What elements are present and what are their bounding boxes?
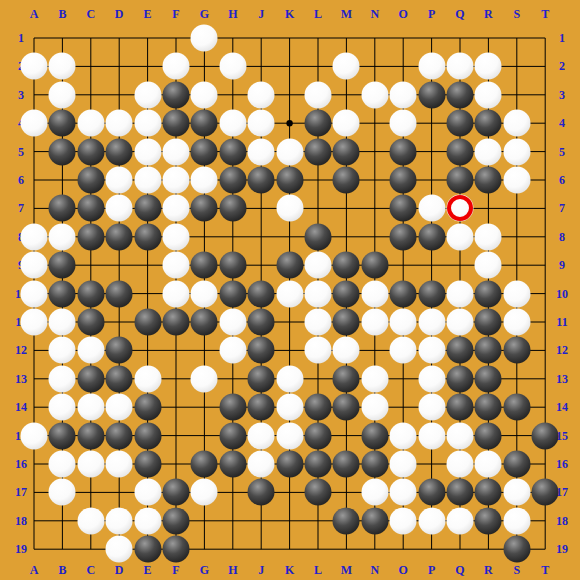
white-stone-o3[interactable] xyxy=(390,81,417,108)
white-stone-f2[interactable] xyxy=(163,53,190,80)
col-label-top-t: T xyxy=(541,7,549,22)
col-label-top-n: N xyxy=(370,7,379,22)
col-label-bottom-a: A xyxy=(30,563,39,578)
col-label-top-f: F xyxy=(172,7,179,22)
black-stone-k9[interactable] xyxy=(276,252,303,279)
black-stone-m14[interactable] xyxy=(333,394,360,421)
white-stone-g1[interactable] xyxy=(191,25,218,52)
black-stone-h5[interactable] xyxy=(219,138,246,165)
black-stone-h7[interactable] xyxy=(219,195,246,222)
black-stone-m9[interactable] xyxy=(333,252,360,279)
black-stone-g5[interactable] xyxy=(191,138,218,165)
white-stone-d16[interactable] xyxy=(106,451,133,478)
white-stone-o16[interactable] xyxy=(390,451,417,478)
black-stone-e11[interactable] xyxy=(134,309,161,336)
white-stone-b2[interactable] xyxy=(49,53,76,80)
white-stone-d6[interactable] xyxy=(106,167,133,194)
white-stone-k7[interactable] xyxy=(276,195,303,222)
white-stone-a11[interactable] xyxy=(21,309,48,336)
col-label-top-b: B xyxy=(58,7,66,22)
col-label-bottom-o: O xyxy=(399,563,408,578)
row-label-right-5: 5 xyxy=(559,144,565,159)
white-stone-d4[interactable] xyxy=(106,110,133,137)
white-stone-c18[interactable] xyxy=(77,507,104,534)
white-stone-o4[interactable] xyxy=(390,110,417,137)
white-stone-s5[interactable] xyxy=(503,138,530,165)
row-label-right-11: 11 xyxy=(556,315,567,330)
row-label-right-12: 12 xyxy=(556,343,568,358)
black-stone-n18[interactable] xyxy=(361,507,388,534)
white-stone-g3[interactable] xyxy=(191,81,218,108)
black-stone-h16[interactable] xyxy=(219,451,246,478)
white-stone-e18[interactable] xyxy=(134,507,161,534)
black-stone-l15[interactable] xyxy=(305,422,332,449)
white-stone-q16[interactable] xyxy=(447,451,474,478)
white-stone-b14[interactable] xyxy=(49,394,76,421)
white-stone-b11[interactable] xyxy=(49,309,76,336)
row-label-left-1: 1 xyxy=(18,31,24,46)
white-stone-l10[interactable] xyxy=(305,280,332,307)
white-stone-l3[interactable] xyxy=(305,81,332,108)
white-stone-g10[interactable] xyxy=(191,280,218,307)
white-stone-n17[interactable] xyxy=(361,479,388,506)
row-label-left-6: 6 xyxy=(18,173,24,188)
col-label-top-d: D xyxy=(115,7,124,22)
white-stone-e6[interactable] xyxy=(134,167,161,194)
white-stone-l9[interactable] xyxy=(305,252,332,279)
col-label-bottom-h: H xyxy=(228,563,237,578)
white-stone-g17[interactable] xyxy=(191,479,218,506)
white-stone-d19[interactable] xyxy=(106,536,133,563)
white-stone-n10[interactable] xyxy=(361,280,388,307)
black-stone-r15[interactable] xyxy=(475,422,502,449)
white-stone-c4[interactable] xyxy=(77,110,104,137)
black-stone-j6[interactable] xyxy=(248,167,275,194)
black-stone-j12[interactable] xyxy=(248,337,275,364)
white-stone-p14[interactable] xyxy=(418,394,445,421)
col-label-top-q: Q xyxy=(455,7,464,22)
col-label-bottom-q: Q xyxy=(455,563,464,578)
white-stone-a10[interactable] xyxy=(21,280,48,307)
white-stone-e3[interactable] xyxy=(134,81,161,108)
white-stone-s17[interactable] xyxy=(503,479,530,506)
black-stone-n15[interactable] xyxy=(361,422,388,449)
black-stone-d12[interactable] xyxy=(106,337,133,364)
row-label-right-10: 10 xyxy=(556,286,568,301)
black-stone-r18[interactable] xyxy=(475,507,502,534)
white-stone-o17[interactable] xyxy=(390,479,417,506)
white-stone-k13[interactable] xyxy=(276,365,303,392)
col-label-top-m: M xyxy=(341,7,352,22)
black-stone-r11[interactable] xyxy=(475,309,502,336)
black-stone-d15[interactable] xyxy=(106,422,133,449)
last-move-marker xyxy=(447,195,473,221)
white-stone-m2[interactable] xyxy=(333,53,360,80)
white-stone-m12[interactable] xyxy=(333,337,360,364)
white-stone-c12[interactable] xyxy=(77,337,104,364)
white-stone-p15[interactable] xyxy=(418,422,445,449)
row-label-right-18: 18 xyxy=(556,513,568,528)
col-label-bottom-d: D xyxy=(115,563,124,578)
white-stone-q2[interactable] xyxy=(447,53,474,80)
white-stone-b3[interactable] xyxy=(49,81,76,108)
black-stone-b7[interactable] xyxy=(49,195,76,222)
black-stone-p10[interactable] xyxy=(418,280,445,307)
black-stone-m13[interactable] xyxy=(333,365,360,392)
black-stone-s12[interactable] xyxy=(503,337,530,364)
col-label-bottom-m: M xyxy=(341,563,352,578)
white-stone-p18[interactable] xyxy=(418,507,445,534)
white-stone-r5[interactable] xyxy=(475,138,502,165)
black-stone-c7[interactable] xyxy=(77,195,104,222)
black-stone-c5[interactable] xyxy=(77,138,104,165)
black-stone-q13[interactable] xyxy=(447,365,474,392)
col-label-bottom-t: T xyxy=(541,563,549,578)
black-stone-j11[interactable] xyxy=(248,309,275,336)
white-stone-l12[interactable] xyxy=(305,337,332,364)
black-stone-r14[interactable] xyxy=(475,394,502,421)
black-stone-l8[interactable] xyxy=(305,223,332,250)
row-label-left-17: 17 xyxy=(15,485,27,500)
white-stone-d18[interactable] xyxy=(106,507,133,534)
white-stone-k10[interactable] xyxy=(276,280,303,307)
black-stone-f19[interactable] xyxy=(163,536,190,563)
black-stone-f4[interactable] xyxy=(163,110,190,137)
black-stone-m18[interactable] xyxy=(333,507,360,534)
black-stone-d13[interactable] xyxy=(106,365,133,392)
black-stone-d8[interactable] xyxy=(106,223,133,250)
col-label-bottom-n: N xyxy=(370,563,379,578)
white-stone-d14[interactable] xyxy=(106,394,133,421)
white-stone-f6[interactable] xyxy=(163,167,190,194)
white-stone-b16[interactable] xyxy=(49,451,76,478)
black-stone-b9[interactable] xyxy=(49,252,76,279)
white-stone-r9[interactable] xyxy=(475,252,502,279)
col-label-bottom-f: F xyxy=(172,563,179,578)
col-label-top-p: P xyxy=(428,7,435,22)
col-label-bottom-s: S xyxy=(513,563,520,578)
black-stone-g11[interactable] xyxy=(191,309,218,336)
black-stone-o5[interactable] xyxy=(390,138,417,165)
star-point-k4 xyxy=(286,120,292,126)
col-label-bottom-r: R xyxy=(484,563,493,578)
white-stone-n13[interactable] xyxy=(361,365,388,392)
black-stone-r17[interactable] xyxy=(475,479,502,506)
white-stone-a9[interactable] xyxy=(21,252,48,279)
black-stone-m10[interactable] xyxy=(333,280,360,307)
col-label-bottom-j: J xyxy=(258,563,264,578)
row-label-left-19: 19 xyxy=(15,542,27,557)
white-stone-f7[interactable] xyxy=(163,195,190,222)
black-stone-h6[interactable] xyxy=(219,167,246,194)
white-stone-e5[interactable] xyxy=(134,138,161,165)
black-stone-l5[interactable] xyxy=(305,138,332,165)
col-label-top-h: H xyxy=(228,7,237,22)
black-stone-o8[interactable] xyxy=(390,223,417,250)
black-stone-e14[interactable] xyxy=(134,394,161,421)
white-stone-g13[interactable] xyxy=(191,365,218,392)
row-label-left-14: 14 xyxy=(15,400,27,415)
white-stone-p12[interactable] xyxy=(418,337,445,364)
black-stone-q17[interactable] xyxy=(447,479,474,506)
white-stone-e4[interactable] xyxy=(134,110,161,137)
white-stone-b8[interactable] xyxy=(49,223,76,250)
col-label-top-o: O xyxy=(399,7,408,22)
black-stone-d5[interactable] xyxy=(106,138,133,165)
row-label-right-8: 8 xyxy=(559,229,565,244)
black-stone-o7[interactable] xyxy=(390,195,417,222)
white-stone-e13[interactable] xyxy=(134,365,161,392)
black-stone-s19[interactable] xyxy=(503,536,530,563)
row-label-right-14: 14 xyxy=(556,400,568,415)
black-stone-p17[interactable] xyxy=(418,479,445,506)
row-label-left-7: 7 xyxy=(18,201,24,216)
black-stone-b4[interactable] xyxy=(49,110,76,137)
black-stone-j14[interactable] xyxy=(248,394,275,421)
white-stone-f10[interactable] xyxy=(163,280,190,307)
black-stone-g4[interactable] xyxy=(191,110,218,137)
row-label-right-13: 13 xyxy=(556,371,568,386)
row-label-left-16: 16 xyxy=(15,457,27,472)
black-stone-q4[interactable] xyxy=(447,110,474,137)
black-stone-h14[interactable] xyxy=(219,394,246,421)
black-stone-q3[interactable] xyxy=(447,81,474,108)
black-stone-q5[interactable] xyxy=(447,138,474,165)
black-stone-p8[interactable] xyxy=(418,223,445,250)
black-stone-h15[interactable] xyxy=(219,422,246,449)
white-stone-n3[interactable] xyxy=(361,81,388,108)
col-label-bottom-b: B xyxy=(58,563,66,578)
white-stone-s10[interactable] xyxy=(503,280,530,307)
black-stone-m5[interactable] xyxy=(333,138,360,165)
black-stone-l17[interactable] xyxy=(305,479,332,506)
black-stone-c11[interactable] xyxy=(77,309,104,336)
black-stone-r10[interactable] xyxy=(475,280,502,307)
black-stone-b10[interactable] xyxy=(49,280,76,307)
white-stone-d7[interactable] xyxy=(106,195,133,222)
white-stone-j5[interactable] xyxy=(248,138,275,165)
black-stone-n16[interactable] xyxy=(361,451,388,478)
black-stone-t15[interactable] xyxy=(532,422,559,449)
black-stone-e8[interactable] xyxy=(134,223,161,250)
black-stone-f18[interactable] xyxy=(163,507,190,534)
white-stone-j16[interactable] xyxy=(248,451,275,478)
black-stone-m6[interactable] xyxy=(333,167,360,194)
black-stone-f3[interactable] xyxy=(163,81,190,108)
white-stone-f9[interactable] xyxy=(163,252,190,279)
black-stone-b5[interactable] xyxy=(49,138,76,165)
col-label-bottom-p: P xyxy=(428,563,435,578)
white-stone-b13[interactable] xyxy=(49,365,76,392)
white-stone-q10[interactable] xyxy=(447,280,474,307)
row-label-left-18: 18 xyxy=(15,513,27,528)
black-stone-o10[interactable] xyxy=(390,280,417,307)
white-stone-s4[interactable] xyxy=(503,110,530,137)
row-label-right-6: 6 xyxy=(559,173,565,188)
col-label-top-c: C xyxy=(86,7,95,22)
col-label-top-k: K xyxy=(285,7,294,22)
row-label-left-3: 3 xyxy=(18,87,24,102)
white-stone-p13[interactable] xyxy=(418,365,445,392)
black-stone-b15[interactable] xyxy=(49,422,76,449)
row-label-left-13: 13 xyxy=(15,371,27,386)
white-stone-q15[interactable] xyxy=(447,422,474,449)
col-label-top-a: A xyxy=(30,7,39,22)
white-stone-j4[interactable] xyxy=(248,110,275,137)
white-stone-p2[interactable] xyxy=(418,53,445,80)
black-stone-c10[interactable] xyxy=(77,280,104,307)
black-stone-h10[interactable] xyxy=(219,280,246,307)
black-stone-j10[interactable] xyxy=(248,280,275,307)
black-stone-s14[interactable] xyxy=(503,394,530,421)
white-stone-h4[interactable] xyxy=(219,110,246,137)
white-stone-s11[interactable] xyxy=(503,309,530,336)
col-label-top-g: G xyxy=(200,7,209,22)
col-label-top-l: L xyxy=(314,7,322,22)
black-stone-j13[interactable] xyxy=(248,365,275,392)
col-label-bottom-g: G xyxy=(200,563,209,578)
black-stone-h9[interactable] xyxy=(219,252,246,279)
black-stone-e7[interactable] xyxy=(134,195,161,222)
white-stone-m4[interactable] xyxy=(333,110,360,137)
black-stone-r6[interactable] xyxy=(475,167,502,194)
white-stone-c16[interactable] xyxy=(77,451,104,478)
white-stone-f5[interactable] xyxy=(163,138,190,165)
black-stone-g9[interactable] xyxy=(191,252,218,279)
white-stone-s18[interactable] xyxy=(503,507,530,534)
black-stone-g16[interactable] xyxy=(191,451,218,478)
black-stone-f11[interactable] xyxy=(163,309,190,336)
black-stone-p3[interactable] xyxy=(418,81,445,108)
black-stone-l16[interactable] xyxy=(305,451,332,478)
col-label-top-e: E xyxy=(144,7,152,22)
white-stone-c14[interactable] xyxy=(77,394,104,421)
black-stone-m16[interactable] xyxy=(333,451,360,478)
black-stone-r4[interactable] xyxy=(475,110,502,137)
black-stone-k16[interactable] xyxy=(276,451,303,478)
col-label-top-j: J xyxy=(258,7,264,22)
white-stone-n14[interactable] xyxy=(361,394,388,421)
white-stone-r8[interactable] xyxy=(475,223,502,250)
black-stone-m11[interactable] xyxy=(333,309,360,336)
black-stone-d10[interactable] xyxy=(106,280,133,307)
row-label-left-5: 5 xyxy=(18,144,24,159)
black-stone-g7[interactable] xyxy=(191,195,218,222)
white-stone-k5[interactable] xyxy=(276,138,303,165)
white-stone-r3[interactable] xyxy=(475,81,502,108)
black-stone-c6[interactable] xyxy=(77,167,104,194)
white-stone-o11[interactable] xyxy=(390,309,417,336)
col-label-top-s: S xyxy=(513,7,520,22)
col-label-bottom-c: C xyxy=(86,563,95,578)
black-stone-o6[interactable] xyxy=(390,167,417,194)
row-label-right-9: 9 xyxy=(559,258,565,273)
white-stone-o12[interactable] xyxy=(390,337,417,364)
white-stone-p7[interactable] xyxy=(418,195,445,222)
white-stone-l11[interactable] xyxy=(305,309,332,336)
white-stone-q11[interactable] xyxy=(447,309,474,336)
black-stone-l14[interactable] xyxy=(305,394,332,421)
white-stone-b17[interactable] xyxy=(49,479,76,506)
white-stone-a8[interactable] xyxy=(21,223,48,250)
black-stone-l4[interactable] xyxy=(305,110,332,137)
white-stone-h11[interactable] xyxy=(219,309,246,336)
black-stone-c15[interactable] xyxy=(77,422,104,449)
black-stone-k6[interactable] xyxy=(276,167,303,194)
black-stone-e19[interactable] xyxy=(134,536,161,563)
white-stone-p11[interactable] xyxy=(418,309,445,336)
row-label-right-1: 1 xyxy=(559,31,565,46)
white-stone-b12[interactable] xyxy=(49,337,76,364)
row-label-right-2: 2 xyxy=(559,59,565,74)
white-stone-r2[interactable] xyxy=(475,53,502,80)
black-stone-q6[interactable] xyxy=(447,167,474,194)
white-stone-k15[interactable] xyxy=(276,422,303,449)
black-stone-f17[interactable] xyxy=(163,479,190,506)
white-stone-q18[interactable] xyxy=(447,507,474,534)
white-stone-r16[interactable] xyxy=(475,451,502,478)
row-label-right-16: 16 xyxy=(556,457,568,472)
black-stone-r12[interactable] xyxy=(475,337,502,364)
black-stone-c13[interactable] xyxy=(77,365,104,392)
row-label-left-12: 12 xyxy=(15,343,27,358)
white-stone-j3[interactable] xyxy=(248,81,275,108)
white-stone-o18[interactable] xyxy=(390,507,417,534)
white-stone-a2[interactable] xyxy=(21,53,48,80)
black-stone-r13[interactable] xyxy=(475,365,502,392)
white-stone-q8[interactable] xyxy=(447,223,474,250)
white-stone-o15[interactable] xyxy=(390,422,417,449)
black-stone-e15[interactable] xyxy=(134,422,161,449)
black-stone-q14[interactable] xyxy=(447,394,474,421)
black-stone-q12[interactable] xyxy=(447,337,474,364)
black-stone-j17[interactable] xyxy=(248,479,275,506)
col-label-bottom-e: E xyxy=(144,563,152,578)
row-label-right-7: 7 xyxy=(559,201,565,216)
white-stone-h2[interactable] xyxy=(219,53,246,80)
col-label-bottom-k: K xyxy=(285,563,294,578)
black-stone-e16[interactable] xyxy=(134,451,161,478)
go-board: AABBCCDDEEFFGGHHJJKKLLMMNNOOPPQQRRSSTT11… xyxy=(0,0,580,580)
white-stone-e17[interactable] xyxy=(134,479,161,506)
white-stone-s6[interactable] xyxy=(503,167,530,194)
black-stone-n9[interactable] xyxy=(361,252,388,279)
white-stone-f8[interactable] xyxy=(163,223,190,250)
black-stone-s16[interactable] xyxy=(503,451,530,478)
black-stone-c8[interactable] xyxy=(77,223,104,250)
col-label-bottom-l: L xyxy=(314,563,322,578)
white-stone-h12[interactable] xyxy=(219,337,246,364)
row-label-right-4: 4 xyxy=(559,116,565,131)
col-label-top-r: R xyxy=(484,7,493,22)
white-stone-a15[interactable] xyxy=(21,422,48,449)
white-stone-n11[interactable] xyxy=(361,309,388,336)
white-stone-k14[interactable] xyxy=(276,394,303,421)
row-label-right-19: 19 xyxy=(556,542,568,557)
white-stone-g6[interactable] xyxy=(191,167,218,194)
white-stone-a4[interactable] xyxy=(21,110,48,137)
row-label-right-3: 3 xyxy=(559,87,565,102)
black-stone-t17[interactable] xyxy=(532,479,559,506)
white-stone-j15[interactable] xyxy=(248,422,275,449)
